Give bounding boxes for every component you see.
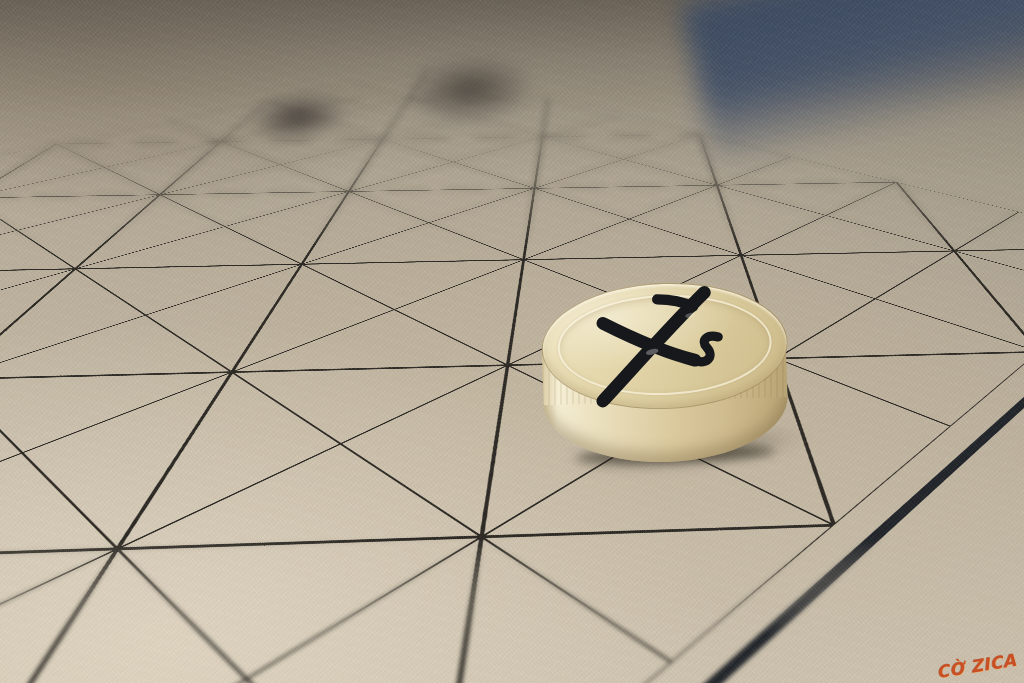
photo-scene: 仕 CỜ ZICA [0, 0, 1024, 683]
xiangqi-piece-advisor: 仕 [540, 279, 791, 487]
